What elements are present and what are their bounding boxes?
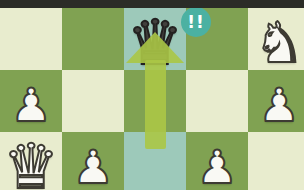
piece-white-pawn[interactable]: ♟: [258, 82, 299, 128]
piece-white-queen[interactable]: ♛: [3, 136, 59, 190]
chess-board[interactable]: ♛♞♟♟♛♟♟: [0, 8, 304, 190]
square-r3c4[interactable]: ♟: [186, 132, 248, 190]
board-viewport: ♛♞♟♟♛♟♟ !!: [0, 0, 304, 190]
square-r3c1[interactable]: ♛: [0, 132, 62, 190]
piece-black-queen[interactable]: ♛: [127, 12, 183, 74]
square-r3c3[interactable]: [124, 132, 186, 190]
piece-white-pawn[interactable]: ♟: [72, 144, 113, 190]
square-r1c5[interactable]: ♞: [248, 8, 304, 70]
piece-white-pawn[interactable]: ♟: [10, 82, 51, 128]
square-r2c5[interactable]: ♟: [248, 70, 304, 132]
brilliant-move-badge: !!: [181, 7, 211, 37]
square-r2c1[interactable]: ♟: [0, 70, 62, 132]
brilliant-move-label: !!: [187, 12, 205, 32]
square-r3c5[interactable]: [248, 132, 304, 190]
piece-white-pawn[interactable]: ♟: [196, 144, 237, 190]
square-r2c2[interactable]: [62, 70, 124, 132]
square-r3c2[interactable]: ♟: [62, 132, 124, 190]
piece-white-knight[interactable]: ♞: [254, 15, 304, 71]
square-r1c2[interactable]: [62, 8, 124, 70]
square-r1c3[interactable]: ♛: [124, 8, 186, 70]
square-r2c4[interactable]: [186, 70, 248, 132]
square-r2c3[interactable]: [124, 70, 186, 132]
square-r1c1[interactable]: [0, 8, 62, 70]
top-bar: [0, 0, 304, 8]
